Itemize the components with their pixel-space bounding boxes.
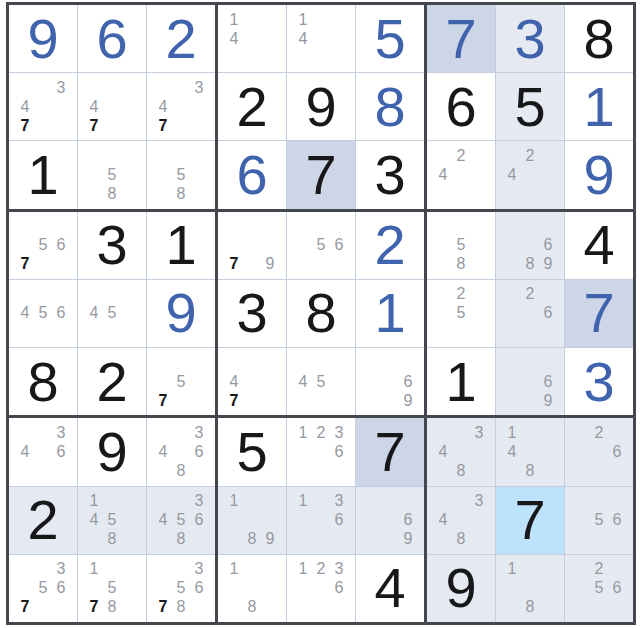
candidate-7: 7 bbox=[154, 116, 172, 135]
candidate-5: 5 bbox=[172, 579, 190, 598]
candidate-6: 6 bbox=[330, 579, 348, 598]
candidate-4: 4 bbox=[154, 511, 172, 530]
cell-r7c5[interactable]: 1236 bbox=[287, 418, 355, 485]
box-7: 3469346821458345683567157835678 bbox=[9, 418, 215, 622]
cell-r6c1[interactable]: 8 bbox=[9, 348, 77, 415]
candidate-5: 5 bbox=[452, 304, 470, 323]
candidate-marks: 25 bbox=[427, 280, 495, 347]
cell-r5c4[interactable]: 3 bbox=[218, 280, 286, 347]
candidate-8: 8 bbox=[521, 598, 539, 617]
cell-r1c7[interactable]: 7 bbox=[427, 5, 495, 72]
candidate-6: 6 bbox=[399, 511, 417, 530]
candidate-3: 3 bbox=[52, 78, 70, 97]
cell-r5c7[interactable]: 25 bbox=[427, 280, 495, 347]
candidate-3: 3 bbox=[470, 423, 488, 442]
candidate-marks: 1236 bbox=[287, 555, 355, 622]
candidate-1: 1 bbox=[294, 10, 312, 29]
cell-r7c9[interactable]: 26 bbox=[565, 418, 633, 485]
given-digit: 8 bbox=[583, 11, 614, 67]
candidate-8: 8 bbox=[243, 530, 261, 549]
candidate-5: 5 bbox=[590, 511, 608, 530]
entered-digit: 3 bbox=[583, 354, 614, 410]
candidate-marks: 58 bbox=[147, 141, 215, 208]
given-digit: 2 bbox=[96, 354, 127, 410]
cell-r4c5[interactable]: 56 bbox=[287, 212, 355, 279]
entered-digit: 6 bbox=[236, 147, 267, 203]
given-digit: 9 bbox=[96, 424, 127, 480]
cell-r3c8[interactable]: 24 bbox=[496, 141, 564, 208]
cell-r8c7[interactable]: 348 bbox=[427, 487, 495, 554]
candidate-2: 2 bbox=[521, 285, 539, 304]
candidate-7: 7 bbox=[16, 116, 34, 135]
candidate-marks: 347 bbox=[9, 73, 77, 140]
cell-r2c4[interactable]: 2 bbox=[218, 73, 286, 140]
given-digit: 7 bbox=[305, 147, 336, 203]
candidate-4: 4 bbox=[85, 304, 103, 323]
cell-r8c5[interactable]: 136 bbox=[287, 487, 355, 554]
cell-r9c1[interactable]: 3567 bbox=[9, 555, 77, 622]
candidate-5: 5 bbox=[103, 579, 121, 598]
candidate-4: 4 bbox=[434, 166, 452, 185]
candidate-5: 5 bbox=[452, 236, 470, 255]
candidate-7: 7 bbox=[225, 255, 243, 274]
candidate-marks: 26 bbox=[496, 280, 564, 347]
candidate-marks: 256 bbox=[565, 555, 633, 622]
cell-r4c3[interactable]: 1 bbox=[147, 212, 215, 279]
cell-r5c2[interactable]: 45 bbox=[78, 280, 146, 347]
given-digit: 9 bbox=[445, 560, 476, 616]
candidate-marks: 1578 bbox=[78, 555, 146, 622]
cell-r9c6[interactable]: 4 bbox=[356, 555, 424, 622]
cell-r6c5[interactable]: 45 bbox=[287, 348, 355, 415]
candidate-1: 1 bbox=[225, 492, 243, 511]
cell-r7c4[interactable]: 5 bbox=[218, 418, 286, 485]
candidate-3: 3 bbox=[330, 492, 348, 511]
candidate-marks: 18 bbox=[496, 555, 564, 622]
cell-r1c9[interactable]: 8 bbox=[565, 5, 633, 72]
candidate-marks: 14 bbox=[218, 5, 286, 72]
entered-digit: 5 bbox=[374, 11, 405, 67]
candidate-7: 7 bbox=[225, 391, 243, 410]
cell-r7c6[interactable]: 7 bbox=[356, 418, 424, 485]
candidate-7: 7 bbox=[16, 255, 34, 274]
given-digit: 8 bbox=[305, 285, 336, 341]
candidate-9: 9 bbox=[261, 530, 279, 549]
candidate-1: 1 bbox=[85, 560, 103, 579]
box-6: 586894252671693 bbox=[427, 212, 633, 416]
candidate-6: 6 bbox=[608, 442, 626, 461]
candidate-marks: 189 bbox=[218, 487, 286, 554]
cell-r9c2[interactable]: 1578 bbox=[78, 555, 146, 622]
candidate-marks: 57 bbox=[147, 348, 215, 415]
candidate-marks: 45 bbox=[287, 348, 355, 415]
candidate-marks: 69 bbox=[496, 348, 564, 415]
candidate-6: 6 bbox=[190, 511, 208, 530]
entered-digit: 6 bbox=[96, 11, 127, 67]
candidate-8: 8 bbox=[452, 461, 470, 480]
entered-digit: 2 bbox=[165, 11, 196, 67]
candidate-6: 6 bbox=[52, 442, 70, 461]
candidate-1: 1 bbox=[294, 423, 312, 442]
candidate-marks: 69 bbox=[356, 348, 424, 415]
box-3: 73865124249 bbox=[427, 5, 633, 209]
candidate-4: 4 bbox=[16, 304, 34, 323]
candidate-6: 6 bbox=[330, 442, 348, 461]
cell-r3c9[interactable]: 9 bbox=[565, 141, 633, 208]
candidate-6: 6 bbox=[539, 304, 557, 323]
candidate-3: 3 bbox=[330, 423, 348, 442]
entered-digit: 2 bbox=[374, 217, 405, 273]
candidate-6: 6 bbox=[330, 236, 348, 255]
cell-r9c4[interactable]: 18 bbox=[218, 555, 286, 622]
entered-digit: 7 bbox=[445, 11, 476, 67]
candidate-1: 1 bbox=[225, 560, 243, 579]
candidate-6: 6 bbox=[608, 511, 626, 530]
candidate-6: 6 bbox=[539, 236, 557, 255]
candidate-marks: 58 bbox=[78, 141, 146, 208]
entered-digit: 7 bbox=[583, 285, 614, 341]
candidate-1: 1 bbox=[294, 560, 312, 579]
candidate-5: 5 bbox=[103, 304, 121, 323]
given-digit: 2 bbox=[27, 492, 58, 548]
candidate-marks: 58 bbox=[427, 212, 495, 279]
sudoku-board: 9623474734715858141452986737386512424956… bbox=[6, 2, 636, 625]
candidate-marks: 3567 bbox=[9, 555, 77, 622]
candidate-marks: 34568 bbox=[147, 487, 215, 554]
candidate-8: 8 bbox=[103, 530, 121, 549]
cell-r8c9[interactable]: 56 bbox=[565, 487, 633, 554]
candidate-7: 7 bbox=[154, 391, 172, 410]
candidate-8: 8 bbox=[172, 598, 190, 617]
candidate-5: 5 bbox=[312, 372, 330, 391]
cell-r2c9[interactable]: 1 bbox=[565, 73, 633, 140]
cell-r1c3[interactable]: 2 bbox=[147, 5, 215, 72]
cell-r6c9[interactable]: 3 bbox=[565, 348, 633, 415]
cell-r2c2[interactable]: 47 bbox=[78, 73, 146, 140]
cell-r9c3[interactable]: 35678 bbox=[147, 555, 215, 622]
cell-r1c1[interactable]: 9 bbox=[9, 5, 77, 72]
candidate-2: 2 bbox=[521, 146, 539, 165]
candidate-1: 1 bbox=[85, 492, 103, 511]
candidate-7: 7 bbox=[16, 598, 34, 617]
candidate-5: 5 bbox=[312, 236, 330, 255]
cell-r4c8[interactable]: 689 bbox=[496, 212, 564, 279]
candidate-marks: 348 bbox=[427, 418, 495, 485]
candidate-6: 6 bbox=[52, 236, 70, 255]
candidate-8: 8 bbox=[521, 255, 539, 274]
candidate-4: 4 bbox=[16, 442, 34, 461]
candidate-4: 4 bbox=[434, 511, 452, 530]
given-digit: 1 bbox=[27, 147, 58, 203]
candidate-6: 6 bbox=[539, 372, 557, 391]
candidate-4: 4 bbox=[294, 29, 312, 48]
given-digit: 7 bbox=[514, 492, 545, 548]
candidate-4: 4 bbox=[434, 442, 452, 461]
candidate-marks: 35678 bbox=[147, 555, 215, 622]
candidate-4: 4 bbox=[154, 97, 172, 116]
candidate-8: 8 bbox=[243, 598, 261, 617]
candidate-7: 7 bbox=[85, 116, 103, 135]
candidate-5: 5 bbox=[590, 579, 608, 598]
candidate-7: 7 bbox=[154, 598, 172, 617]
candidate-9: 9 bbox=[539, 391, 557, 410]
cell-r2c3[interactable]: 347 bbox=[147, 73, 215, 140]
cell-r8c6[interactable]: 69 bbox=[356, 487, 424, 554]
candidate-3: 3 bbox=[190, 78, 208, 97]
candidate-marks: 567 bbox=[9, 212, 77, 279]
cell-r2c6[interactable]: 8 bbox=[356, 73, 424, 140]
candidate-4: 4 bbox=[154, 442, 172, 461]
given-digit: 1 bbox=[445, 354, 476, 410]
entered-digit: 1 bbox=[374, 285, 405, 341]
candidate-marks: 346 bbox=[9, 418, 77, 485]
cell-r4c2[interactable]: 3 bbox=[78, 212, 146, 279]
cell-r3c2[interactable]: 58 bbox=[78, 141, 146, 208]
cell-r4c7[interactable]: 58 bbox=[427, 212, 495, 279]
cell-r6c4[interactable]: 47 bbox=[218, 348, 286, 415]
box-4: 567314564598257 bbox=[9, 212, 215, 416]
cell-r4c1[interactable]: 567 bbox=[9, 212, 77, 279]
candidate-marks: 347 bbox=[147, 73, 215, 140]
candidate-marks: 3468 bbox=[147, 418, 215, 485]
candidate-4: 4 bbox=[85, 511, 103, 530]
candidate-4: 4 bbox=[16, 97, 34, 116]
candidate-marks: 348 bbox=[427, 487, 495, 554]
entered-digit: 9 bbox=[583, 147, 614, 203]
cell-r5c3[interactable]: 9 bbox=[147, 280, 215, 347]
candidate-marks: 18 bbox=[218, 555, 286, 622]
cell-r3c4[interactable]: 6 bbox=[218, 141, 286, 208]
cell-r3c6[interactable]: 3 bbox=[356, 141, 424, 208]
candidate-2: 2 bbox=[452, 146, 470, 165]
candidate-2: 2 bbox=[452, 285, 470, 304]
cell-r4c4[interactable]: 79 bbox=[218, 212, 286, 279]
cell-r1c8[interactable]: 3 bbox=[496, 5, 564, 72]
cell-r7c1[interactable]: 346 bbox=[9, 418, 77, 485]
candidate-6: 6 bbox=[608, 579, 626, 598]
candidate-6: 6 bbox=[330, 511, 348, 530]
cell-r9c5[interactable]: 1236 bbox=[287, 555, 355, 622]
candidate-marks: 47 bbox=[78, 73, 146, 140]
box-9: 34814826348756918256 bbox=[427, 418, 633, 622]
candidate-2: 2 bbox=[590, 423, 608, 442]
entered-digit: 9 bbox=[27, 11, 58, 67]
candidate-marks: 24 bbox=[496, 141, 564, 208]
candidate-9: 9 bbox=[261, 255, 279, 274]
cell-r4c9[interactable]: 4 bbox=[565, 212, 633, 279]
cell-r8c2[interactable]: 1458 bbox=[78, 487, 146, 554]
cell-r1c4[interactable]: 14 bbox=[218, 5, 286, 72]
cell-r5c1[interactable]: 456 bbox=[9, 280, 77, 347]
candidate-5: 5 bbox=[172, 511, 190, 530]
cell-r8c3[interactable]: 34568 bbox=[147, 487, 215, 554]
candidate-4: 4 bbox=[85, 97, 103, 116]
candidate-5: 5 bbox=[103, 511, 121, 530]
candidate-8: 8 bbox=[172, 185, 190, 204]
candidate-marks: 1458 bbox=[78, 487, 146, 554]
candidate-3: 3 bbox=[330, 560, 348, 579]
candidate-4: 4 bbox=[294, 372, 312, 391]
cell-r2c8[interactable]: 5 bbox=[496, 73, 564, 140]
candidate-2: 2 bbox=[312, 423, 330, 442]
candidate-marks: 24 bbox=[427, 141, 495, 208]
cell-r7c7[interactable]: 348 bbox=[427, 418, 495, 485]
box-5: 79562381474569 bbox=[218, 212, 424, 416]
candidate-6: 6 bbox=[52, 304, 70, 323]
given-digit: 8 bbox=[27, 354, 58, 410]
candidate-marks: 69 bbox=[356, 487, 424, 554]
cell-r6c6[interactable]: 69 bbox=[356, 348, 424, 415]
sudoku-app: 9623474734715858141452986737386512424956… bbox=[0, 0, 640, 628]
cell-r2c1[interactable]: 347 bbox=[9, 73, 77, 140]
candidate-3: 3 bbox=[190, 560, 208, 579]
given-digit: 1 bbox=[165, 217, 196, 273]
candidate-1: 1 bbox=[503, 560, 521, 579]
entered-digit: 3 bbox=[514, 11, 545, 67]
cell-r1c2[interactable]: 6 bbox=[78, 5, 146, 72]
cell-r6c2[interactable]: 2 bbox=[78, 348, 146, 415]
given-digit: 6 bbox=[445, 79, 476, 135]
cell-r2c5[interactable]: 9 bbox=[287, 73, 355, 140]
candidate-8: 8 bbox=[103, 185, 121, 204]
candidate-3: 3 bbox=[470, 492, 488, 511]
candidate-marks: 56 bbox=[287, 212, 355, 279]
given-digit: 3 bbox=[236, 285, 267, 341]
cell-r5c6[interactable]: 1 bbox=[356, 280, 424, 347]
entered-digit: 1 bbox=[583, 79, 614, 135]
cell-r5c5[interactable]: 8 bbox=[287, 280, 355, 347]
cell-r3c5[interactable]: 7 bbox=[287, 141, 355, 208]
cell-r6c8[interactable]: 69 bbox=[496, 348, 564, 415]
given-digit: 4 bbox=[583, 217, 614, 273]
cell-r3c1[interactable]: 1 bbox=[9, 141, 77, 208]
candidate-4: 4 bbox=[503, 166, 521, 185]
candidate-1: 1 bbox=[503, 423, 521, 442]
box-1: 9623474734715858 bbox=[9, 5, 215, 209]
cell-r1c5[interactable]: 14 bbox=[287, 5, 355, 72]
cell-r7c2[interactable]: 9 bbox=[78, 418, 146, 485]
cell-r6c3[interactable]: 57 bbox=[147, 348, 215, 415]
candidate-2: 2 bbox=[312, 560, 330, 579]
candidate-1: 1 bbox=[294, 492, 312, 511]
cell-r7c8[interactable]: 148 bbox=[496, 418, 564, 485]
candidate-marks: 456 bbox=[9, 280, 77, 347]
candidate-8: 8 bbox=[103, 598, 121, 617]
candidate-8: 8 bbox=[172, 530, 190, 549]
entered-digit: 9 bbox=[165, 285, 196, 341]
given-digit: 3 bbox=[96, 217, 127, 273]
given-digit: 5 bbox=[236, 424, 267, 480]
cell-r7c3[interactable]: 3468 bbox=[147, 418, 215, 485]
cell-r1c6[interactable]: 5 bbox=[356, 5, 424, 72]
given-digit: 9 bbox=[305, 79, 336, 135]
cell-r9c9[interactable]: 256 bbox=[565, 555, 633, 622]
candidate-5: 5 bbox=[103, 166, 121, 185]
cell-r5c9[interactable]: 7 bbox=[565, 280, 633, 347]
candidate-5: 5 bbox=[172, 166, 190, 185]
candidate-3: 3 bbox=[52, 560, 70, 579]
entered-digit: 8 bbox=[374, 79, 405, 135]
candidate-marks: 45 bbox=[78, 280, 146, 347]
candidate-8: 8 bbox=[172, 461, 190, 480]
candidate-3: 3 bbox=[190, 492, 208, 511]
candidate-5: 5 bbox=[34, 304, 52, 323]
cell-r9c7[interactable]: 9 bbox=[427, 555, 495, 622]
cell-r2c7[interactable]: 6 bbox=[427, 73, 495, 140]
candidate-3: 3 bbox=[190, 423, 208, 442]
box-2: 14145298673 bbox=[218, 5, 424, 209]
given-digit: 4 bbox=[374, 560, 405, 616]
candidate-9: 9 bbox=[399, 391, 417, 410]
candidate-marks: 47 bbox=[218, 348, 286, 415]
candidate-marks: 14 bbox=[287, 5, 355, 72]
candidate-marks: 79 bbox=[218, 212, 286, 279]
candidate-2: 2 bbox=[590, 560, 608, 579]
box-8: 512367189136691812364 bbox=[218, 418, 424, 622]
candidate-9: 9 bbox=[539, 255, 557, 274]
candidate-8: 8 bbox=[521, 461, 539, 480]
cell-r8c1[interactable]: 2 bbox=[9, 487, 77, 554]
cell-r4c6[interactable]: 2 bbox=[356, 212, 424, 279]
candidate-5: 5 bbox=[34, 236, 52, 255]
candidate-6: 6 bbox=[190, 442, 208, 461]
candidate-5: 5 bbox=[34, 579, 52, 598]
given-digit: 3 bbox=[374, 147, 405, 203]
cell-r9c8[interactable]: 18 bbox=[496, 555, 564, 622]
cell-r5c8[interactable]: 26 bbox=[496, 280, 564, 347]
given-digit: 7 bbox=[374, 424, 405, 480]
cell-r3c7[interactable]: 24 bbox=[427, 141, 495, 208]
candidate-4: 4 bbox=[225, 372, 243, 391]
candidate-marks: 1236 bbox=[287, 418, 355, 485]
cell-r8c8[interactable]: 7 bbox=[496, 487, 564, 554]
candidate-3: 3 bbox=[52, 423, 70, 442]
candidate-8: 8 bbox=[452, 255, 470, 274]
candidate-6: 6 bbox=[399, 372, 417, 391]
candidate-marks: 689 bbox=[496, 212, 564, 279]
candidate-marks: 136 bbox=[287, 487, 355, 554]
candidate-6: 6 bbox=[52, 579, 70, 598]
cell-r8c4[interactable]: 189 bbox=[218, 487, 286, 554]
candidate-4: 4 bbox=[225, 29, 243, 48]
cell-r3c3[interactable]: 58 bbox=[147, 141, 215, 208]
candidate-1: 1 bbox=[225, 10, 243, 29]
candidate-5: 5 bbox=[172, 372, 190, 391]
candidate-4: 4 bbox=[503, 442, 521, 461]
candidate-marks: 148 bbox=[496, 418, 564, 485]
candidate-marks: 26 bbox=[565, 418, 633, 485]
cell-r6c7[interactable]: 1 bbox=[427, 348, 495, 415]
candidate-6: 6 bbox=[190, 579, 208, 598]
candidate-7: 7 bbox=[85, 598, 103, 617]
candidate-9: 9 bbox=[399, 530, 417, 549]
given-digit: 5 bbox=[514, 79, 545, 135]
candidate-marks: 56 bbox=[565, 487, 633, 554]
candidate-8: 8 bbox=[452, 530, 470, 549]
given-digit: 2 bbox=[236, 79, 267, 135]
